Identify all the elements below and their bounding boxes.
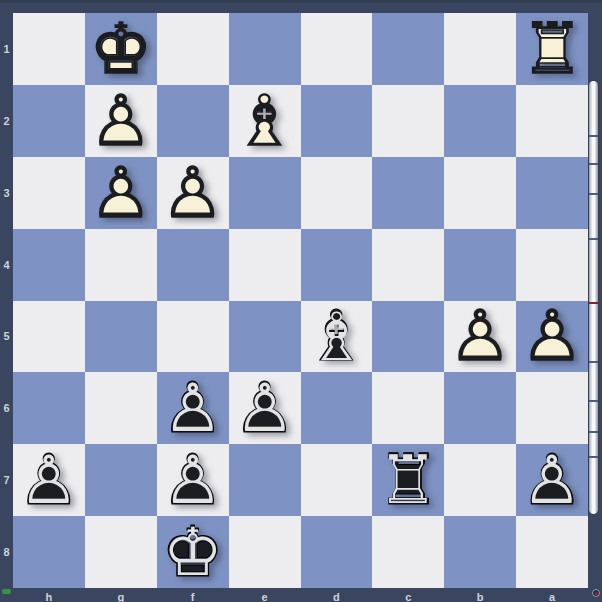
square-a3[interactable] — [516, 157, 588, 229]
black-bishop-d5[interactable]: ♝♗ — [301, 301, 373, 373]
white-pawn-g2[interactable]: ♟♙ — [85, 85, 157, 157]
piece-glyph-detail: ♙ — [518, 446, 586, 514]
square-e8[interactable] — [229, 516, 301, 588]
file-label-e: e — [229, 588, 301, 602]
square-g2[interactable]: ♟♙ — [85, 85, 157, 157]
white-pawn-f3[interactable]: ♟♙ — [157, 157, 229, 229]
square-e2[interactable]: ♝♗ — [229, 85, 301, 157]
square-c2[interactable] — [372, 85, 444, 157]
square-b2[interactable] — [444, 85, 516, 157]
square-g8[interactable] — [85, 516, 157, 588]
rank-label-1: 1 — [0, 13, 13, 85]
file-label-a: a — [516, 588, 588, 602]
square-h8[interactable] — [13, 516, 85, 588]
seekbar-tick — [589, 431, 598, 433]
square-h4[interactable] — [13, 229, 85, 301]
file-label-h: h — [13, 588, 85, 602]
square-a1[interactable]: ♜♖ — [516, 13, 588, 85]
square-h6[interactable] — [13, 372, 85, 444]
square-a6[interactable] — [516, 372, 588, 444]
black-pawn-f7[interactable]: ♟♙ — [157, 444, 229, 516]
white-pawn-a5[interactable]: ♟♙ — [516, 301, 588, 373]
piece-glyph-detail: ♖ — [516, 13, 588, 85]
seekbar-marker — [589, 302, 598, 304]
black-pawn-e6[interactable]: ♟♙ — [229, 372, 301, 444]
square-c8[interactable] — [372, 516, 444, 588]
square-a8[interactable] — [516, 516, 588, 588]
file-label-g: g — [85, 588, 157, 602]
square-c4[interactable] — [372, 229, 444, 301]
square-b7[interactable] — [444, 444, 516, 516]
square-c5[interactable] — [372, 301, 444, 373]
piece-glyph-detail: ♗ — [302, 302, 370, 370]
rank-label-3: 3 — [0, 157, 13, 229]
piece-glyph-detail: ♖ — [374, 446, 442, 514]
square-d1[interactable] — [301, 13, 373, 85]
seekbar-tick — [589, 456, 598, 458]
black-pawn-f6[interactable]: ♟♙ — [157, 372, 229, 444]
square-a7[interactable]: ♟♙ — [516, 444, 588, 516]
seekbar-tick — [589, 135, 598, 137]
file-labels: hgfedcba — [13, 588, 588, 602]
piece-glyph-detail: ♙ — [230, 374, 298, 442]
square-b3[interactable] — [444, 157, 516, 229]
rank-label-4: 4 — [0, 229, 13, 301]
square-g5[interactable] — [85, 301, 157, 373]
white-pawn-b5[interactable]: ♟♙ — [444, 301, 516, 373]
square-f3[interactable]: ♟♙ — [157, 157, 229, 229]
square-c3[interactable] — [372, 157, 444, 229]
rank-label-5: 5 — [0, 301, 13, 373]
white-bishop-e2[interactable]: ♝♗ — [229, 85, 301, 157]
piece-glyph-detail: ♙ — [159, 446, 227, 514]
square-e3[interactable] — [229, 157, 301, 229]
square-d8[interactable] — [301, 516, 373, 588]
rank-label-2: 2 — [0, 85, 13, 157]
piece-glyph-detail: ♔ — [159, 518, 227, 586]
file-label-b: b — [444, 588, 516, 602]
piece-glyph-detail: ♙ — [85, 157, 157, 229]
square-h2[interactable] — [13, 85, 85, 157]
file-label-c: c — [372, 588, 444, 602]
piece-glyph-detail: ♙ — [85, 85, 157, 157]
connection-status-indicator — [2, 589, 11, 594]
seekbar-thumb[interactable] — [589, 81, 598, 514]
square-d2[interactable] — [301, 85, 373, 157]
square-g3[interactable]: ♟♙ — [85, 157, 157, 229]
rank-label-7: 7 — [0, 444, 13, 516]
square-b4[interactable] — [444, 229, 516, 301]
rank-labels: 12345678 — [0, 13, 13, 588]
piece-glyph-detail: ♗ — [229, 85, 301, 157]
square-f8[interactable]: ♚♔ — [157, 516, 229, 588]
square-b6[interactable] — [444, 372, 516, 444]
piece-glyph-detail: ♙ — [516, 301, 588, 373]
seekbar-tick — [589, 163, 598, 165]
square-a2[interactable] — [516, 85, 588, 157]
piece-glyph-detail: ♙ — [159, 374, 227, 442]
square-c6[interactable] — [372, 372, 444, 444]
square-f7[interactable]: ♟♙ — [157, 444, 229, 516]
square-d5[interactable]: ♝♗ — [301, 301, 373, 373]
black-rook-c7[interactable]: ♜♖ — [372, 444, 444, 516]
seekbar-tick — [589, 238, 598, 240]
seekbar-tick — [589, 193, 598, 195]
piece-glyph-detail: ♙ — [444, 301, 516, 373]
record-dot-icon[interactable] — [592, 589, 600, 597]
square-d4[interactable] — [301, 229, 373, 301]
square-f5[interactable] — [157, 301, 229, 373]
seekbar-tick — [589, 361, 598, 363]
square-f1[interactable] — [157, 13, 229, 85]
file-label-f: f — [157, 588, 229, 602]
board-frame: ♚♔♜♖♟♙♝♗♟♙♟♙♝♗♟♙♟♙♟♙♟♙♟♙♟♙♜♖♟♙♚♔ 1234567… — [0, 0, 602, 602]
piece-glyph-detail: ♙ — [15, 446, 83, 514]
square-e6[interactable]: ♟♙ — [229, 372, 301, 444]
square-e7[interactable] — [229, 444, 301, 516]
file-label-d: d — [301, 588, 373, 602]
piece-glyph-detail: ♔ — [85, 13, 157, 85]
square-b1[interactable] — [444, 13, 516, 85]
square-d7[interactable] — [301, 444, 373, 516]
white-pawn-g3[interactable]: ♟♙ — [85, 157, 157, 229]
square-g1[interactable]: ♚♔ — [85, 13, 157, 85]
chess-board: ♚♔♜♖♟♙♝♗♟♙♟♙♝♗♟♙♟♙♟♙♟♙♟♙♟♙♜♖♟♙♚♔ — [13, 13, 588, 588]
square-c7[interactable]: ♜♖ — [372, 444, 444, 516]
square-c1[interactable] — [372, 13, 444, 85]
black-pawn-a7[interactable]: ♟♙ — [516, 444, 588, 516]
rank-label-8: 8 — [0, 516, 13, 588]
square-f4[interactable] — [157, 229, 229, 301]
black-pawn-h7[interactable]: ♟♙ — [13, 444, 85, 516]
square-f2[interactable] — [157, 85, 229, 157]
piece-glyph-detail: ♙ — [157, 157, 229, 229]
square-h3[interactable] — [13, 157, 85, 229]
square-g4[interactable] — [85, 229, 157, 301]
square-e1[interactable] — [229, 13, 301, 85]
square-b5[interactable]: ♟♙ — [444, 301, 516, 373]
square-b8[interactable] — [444, 516, 516, 588]
white-rook-a1[interactable]: ♜♖ — [516, 13, 588, 85]
square-d6[interactable] — [301, 372, 373, 444]
square-h1[interactable] — [13, 13, 85, 85]
square-f6[interactable]: ♟♙ — [157, 372, 229, 444]
white-king-g1[interactable]: ♚♔ — [85, 13, 157, 85]
square-g6[interactable] — [85, 372, 157, 444]
square-g7[interactable] — [85, 444, 157, 516]
square-d3[interactable] — [301, 157, 373, 229]
black-king-f8[interactable]: ♚♔ — [157, 516, 229, 588]
square-e4[interactable] — [229, 229, 301, 301]
square-a4[interactable] — [516, 229, 588, 301]
square-a5[interactable]: ♟♙ — [516, 301, 588, 373]
square-h7[interactable]: ♟♙ — [13, 444, 85, 516]
square-e5[interactable] — [229, 301, 301, 373]
square-h5[interactable] — [13, 301, 85, 373]
seekbar-tick — [589, 400, 598, 402]
rank-label-6: 6 — [0, 372, 13, 444]
